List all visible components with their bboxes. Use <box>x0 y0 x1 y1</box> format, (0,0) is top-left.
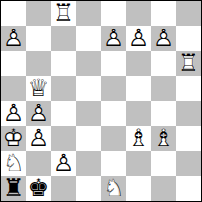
knight-fill-glyph: ♞ <box>101 176 126 201</box>
pawn-outline-glyph: ♙ <box>1 26 26 51</box>
white-pawn[interactable]: ♟♙ <box>1 101 26 126</box>
square-c3[interactable] <box>51 126 76 151</box>
square-g3[interactable]: ♝♗ <box>151 126 176 151</box>
square-f2[interactable] <box>126 151 151 176</box>
square-a8[interactable] <box>1 1 26 26</box>
square-e5[interactable] <box>101 76 126 101</box>
square-b8[interactable] <box>26 1 51 26</box>
pawn-outline-glyph: ♙ <box>26 126 51 151</box>
square-b5[interactable]: ♛♕ <box>26 76 51 101</box>
square-a1[interactable]: ♜ <box>1 176 26 201</box>
queen-fill-glyph: ♛ <box>26 76 51 101</box>
rook-fill-glyph: ♜ <box>176 51 201 76</box>
pawn-fill-glyph: ♟ <box>126 26 151 51</box>
square-d1[interactable] <box>76 176 101 201</box>
white-pawn[interactable]: ♟♙ <box>1 26 26 51</box>
square-h5[interactable] <box>176 76 201 101</box>
square-f6[interactable] <box>126 51 151 76</box>
square-a5[interactable] <box>1 76 26 101</box>
white-bishop[interactable]: ♝♗ <box>126 126 151 151</box>
square-f5[interactable] <box>126 76 151 101</box>
knight-outline-glyph: ♘ <box>101 176 126 201</box>
white-pawn[interactable]: ♟♙ <box>101 26 126 51</box>
bishop-outline-glyph: ♗ <box>126 126 151 151</box>
pawn-outline-glyph: ♙ <box>26 101 51 126</box>
rook-fill-glyph: ♜ <box>51 1 76 26</box>
knight-outline-glyph: ♘ <box>1 151 26 176</box>
chess-board: ♜♖♟♙♟♙♟♙♟♙♜♖♛♕♟♙♟♙♚♔♟♙♝♗♝♗♞♘♟♙♜♚♞♘ <box>0 0 202 202</box>
square-a2[interactable]: ♞♘ <box>1 151 26 176</box>
square-g6[interactable] <box>151 51 176 76</box>
pawn-outline-glyph: ♙ <box>1 101 26 126</box>
square-f4[interactable] <box>126 101 151 126</box>
square-e8[interactable] <box>101 1 126 26</box>
square-f8[interactable] <box>126 1 151 26</box>
square-c6[interactable] <box>51 51 76 76</box>
square-f7[interactable]: ♟♙ <box>126 26 151 51</box>
square-b7[interactable] <box>26 26 51 51</box>
white-knight[interactable]: ♞♘ <box>101 176 126 201</box>
square-h1[interactable] <box>176 176 201 201</box>
square-d4[interactable] <box>76 101 101 126</box>
pawn-fill-glyph: ♟ <box>26 126 51 151</box>
white-pawn[interactable]: ♟♙ <box>126 26 151 51</box>
white-queen[interactable]: ♛♕ <box>26 76 51 101</box>
square-h4[interactable] <box>176 101 201 126</box>
pawn-fill-glyph: ♟ <box>101 26 126 51</box>
pawn-outline-glyph: ♙ <box>51 151 76 176</box>
square-a6[interactable] <box>1 51 26 76</box>
white-king[interactable]: ♚♔ <box>1 126 26 151</box>
square-e1[interactable]: ♞♘ <box>101 176 126 201</box>
rook-solid-glyph: ♜ <box>1 176 26 201</box>
square-g4[interactable] <box>151 101 176 126</box>
square-b6[interactable] <box>26 51 51 76</box>
rook-outline-glyph: ♖ <box>51 1 76 26</box>
white-rook[interactable]: ♜♖ <box>51 1 76 26</box>
bishop-fill-glyph: ♝ <box>151 126 176 151</box>
pawn-fill-glyph: ♟ <box>1 26 26 51</box>
square-d2[interactable] <box>76 151 101 176</box>
white-pawn[interactable]: ♟♙ <box>51 151 76 176</box>
pawn-fill-glyph: ♟ <box>51 151 76 176</box>
square-d7[interactable] <box>76 26 101 51</box>
square-g5[interactable] <box>151 76 176 101</box>
king-solid-glyph: ♚ <box>26 176 51 201</box>
black-rook[interactable]: ♜ <box>1 176 26 201</box>
white-pawn[interactable]: ♟♙ <box>26 126 51 151</box>
square-f1[interactable] <box>126 176 151 201</box>
king-outline-glyph: ♔ <box>1 126 26 151</box>
square-e3[interactable] <box>101 126 126 151</box>
pawn-outline-glyph: ♙ <box>126 26 151 51</box>
white-pawn[interactable]: ♟♙ <box>26 101 51 126</box>
square-d5[interactable] <box>76 76 101 101</box>
chessboard-diagram: ♜♖♟♙♟♙♟♙♟♙♜♖♛♕♟♙♟♙♚♔♟♙♝♗♝♗♞♘♟♙♜♚♞♘ <box>0 0 202 202</box>
square-e4[interactable] <box>101 101 126 126</box>
pawn-outline-glyph: ♙ <box>101 26 126 51</box>
square-g7[interactable]: ♟♙ <box>151 26 176 51</box>
square-e7[interactable]: ♟♙ <box>101 26 126 51</box>
pawn-fill-glyph: ♟ <box>151 26 176 51</box>
square-d6[interactable] <box>76 51 101 76</box>
knight-fill-glyph: ♞ <box>1 151 26 176</box>
square-c8[interactable]: ♜♖ <box>51 1 76 26</box>
square-g2[interactable] <box>151 151 176 176</box>
square-e6[interactable] <box>101 51 126 76</box>
square-b2[interactable] <box>26 151 51 176</box>
square-f3[interactable]: ♝♗ <box>126 126 151 151</box>
square-g1[interactable] <box>151 176 176 201</box>
square-c4[interactable] <box>51 101 76 126</box>
white-pawn[interactable]: ♟♙ <box>151 26 176 51</box>
square-d8[interactable] <box>76 1 101 26</box>
square-d3[interactable] <box>76 126 101 151</box>
square-b3[interactable]: ♟♙ <box>26 126 51 151</box>
bishop-fill-glyph: ♝ <box>126 126 151 151</box>
pawn-fill-glyph: ♟ <box>26 101 51 126</box>
square-a4[interactable]: ♟♙ <box>1 101 26 126</box>
square-b4[interactable]: ♟♙ <box>26 101 51 126</box>
square-c1[interactable] <box>51 176 76 201</box>
square-e2[interactable] <box>101 151 126 176</box>
square-c2[interactable]: ♟♙ <box>51 151 76 176</box>
pawn-outline-glyph: ♙ <box>151 26 176 51</box>
square-h2[interactable] <box>176 151 201 176</box>
rook-outline-glyph: ♖ <box>176 51 201 76</box>
black-king[interactable]: ♚ <box>26 176 51 201</box>
pawn-fill-glyph: ♟ <box>1 101 26 126</box>
square-a7[interactable]: ♟♙ <box>1 26 26 51</box>
square-h8[interactable] <box>176 1 201 26</box>
square-c5[interactable] <box>51 76 76 101</box>
square-c7[interactable] <box>51 26 76 51</box>
square-a3[interactable]: ♚♔ <box>1 126 26 151</box>
square-b1[interactable]: ♚ <box>26 176 51 201</box>
queen-outline-glyph: ♕ <box>26 76 51 101</box>
white-bishop[interactable]: ♝♗ <box>151 126 176 151</box>
square-h6[interactable]: ♜♖ <box>176 51 201 76</box>
white-knight[interactable]: ♞♘ <box>1 151 26 176</box>
bishop-outline-glyph: ♗ <box>151 126 176 151</box>
king-fill-glyph: ♚ <box>1 126 26 151</box>
square-h7[interactable] <box>176 26 201 51</box>
square-g8[interactable] <box>151 1 176 26</box>
white-rook[interactable]: ♜♖ <box>176 51 201 76</box>
square-h3[interactable] <box>176 126 201 151</box>
